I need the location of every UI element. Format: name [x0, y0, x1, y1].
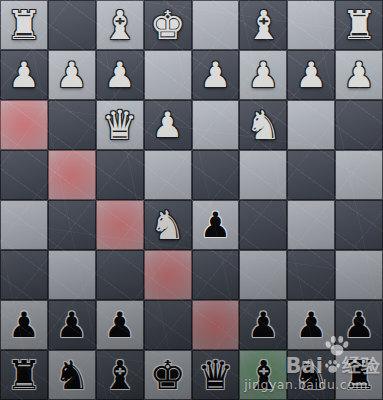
piece-black-pawn-b7[interactable]: ♟ [287, 300, 335, 350]
piece-black-pawn-g7[interactable]: ♟ [48, 300, 96, 350]
piece-white-knight-c3[interactable]: ♞ [239, 100, 287, 150]
square-surface [48, 250, 96, 300]
square-h8[interactable]: ♜ [0, 350, 48, 400]
piece-white-pawn-a2[interactable]: ♟ [335, 50, 383, 100]
piece-white-bishop-f1[interactable]: ♝ [96, 0, 144, 50]
chess-app-screen: ♜♝♚♝♜♟♟♟♟♟♟♟♛♟♞♞♟♟♟♟♟♟♟♜♞♝♚♛♝♞♜ Bai [0, 0, 383, 400]
square-a1[interactable]: ♜ [335, 0, 383, 50]
square-f1[interactable]: ♝ [96, 0, 144, 50]
square-e3[interactable]: ♟ [144, 100, 192, 150]
square-b4[interactable] [287, 150, 335, 200]
square-surface [192, 100, 240, 150]
square-d5[interactable]: ♟ [192, 200, 240, 250]
square-c8[interactable]: ♝ [239, 350, 287, 400]
square-surface [287, 0, 335, 50]
square-b8[interactable]: ♞ [287, 350, 335, 400]
square-c1[interactable]: ♝ [239, 0, 287, 50]
piece-white-pawn-h2[interactable]: ♟ [0, 50, 48, 100]
piece-black-rook-a8[interactable]: ♜ [335, 350, 383, 400]
square-g4[interactable] [48, 150, 96, 200]
square-d1[interactable] [192, 0, 240, 50]
square-surface [48, 0, 96, 50]
piece-black-bishop-c8[interactable]: ♝ [239, 350, 287, 400]
piece-black-knight-b8[interactable]: ♞ [287, 350, 335, 400]
square-g8[interactable]: ♞ [48, 350, 96, 400]
piece-black-rook-h8[interactable]: ♜ [0, 350, 48, 400]
square-surface [335, 100, 383, 150]
square-b5[interactable] [287, 200, 335, 250]
square-d8[interactable]: ♛ [192, 350, 240, 400]
square-h2[interactable]: ♟ [0, 50, 48, 100]
piece-white-pawn-e3[interactable]: ♟ [144, 100, 192, 150]
square-g5[interactable] [48, 200, 96, 250]
move-highlight [96, 200, 144, 250]
chess-board[interactable]: ♜♝♚♝♜♟♟♟♟♟♟♟♛♟♞♞♟♟♟♟♟♟♟♜♞♝♚♛♝♞♜ [0, 0, 383, 400]
square-a7[interactable]: ♟ [335, 300, 383, 350]
square-e2[interactable] [144, 50, 192, 100]
square-surface [0, 250, 48, 300]
piece-white-rook-h1[interactable]: ♜ [0, 0, 48, 50]
square-d7[interactable] [192, 300, 240, 350]
square-f8[interactable]: ♝ [96, 350, 144, 400]
square-c3[interactable]: ♞ [239, 100, 287, 150]
square-a4[interactable] [335, 150, 383, 200]
square-surface [0, 150, 48, 200]
square-surface [239, 150, 287, 200]
square-surface [335, 250, 383, 300]
piece-black-pawn-c7[interactable]: ♟ [239, 300, 287, 350]
square-surface [48, 200, 96, 250]
piece-white-rook-a1[interactable]: ♜ [335, 0, 383, 50]
piece-white-pawn-f2[interactable]: ♟ [96, 50, 144, 100]
move-highlight [192, 300, 240, 350]
square-surface [335, 200, 383, 250]
square-f6[interactable] [96, 250, 144, 300]
square-h5[interactable] [0, 200, 48, 250]
square-surface [96, 250, 144, 300]
square-h6[interactable] [0, 250, 48, 300]
piece-black-pawn-h7[interactable]: ♟ [0, 300, 48, 350]
piece-white-pawn-b2[interactable]: ♟ [287, 50, 335, 100]
square-surface [287, 100, 335, 150]
move-highlight [144, 250, 192, 300]
square-a5[interactable] [335, 200, 383, 250]
piece-white-king-e1[interactable]: ♚ [144, 0, 192, 50]
square-b3[interactable] [287, 100, 335, 150]
square-c2[interactable]: ♟ [239, 50, 287, 100]
square-c4[interactable] [239, 150, 287, 200]
square-c6[interactable] [239, 250, 287, 300]
square-f3[interactable]: ♛ [96, 100, 144, 150]
square-surface [192, 150, 240, 200]
piece-white-pawn-c2[interactable]: ♟ [239, 50, 287, 100]
square-b1[interactable] [287, 0, 335, 50]
square-b6[interactable] [287, 250, 335, 300]
piece-white-queen-f3[interactable]: ♛ [96, 100, 144, 150]
square-g6[interactable] [48, 250, 96, 300]
square-surface [96, 150, 144, 200]
square-surface [0, 200, 48, 250]
square-a3[interactable] [335, 100, 383, 150]
square-c7[interactable]: ♟ [239, 300, 287, 350]
square-f2[interactable]: ♟ [96, 50, 144, 100]
square-surface [287, 250, 335, 300]
square-b2[interactable]: ♟ [287, 50, 335, 100]
piece-white-pawn-d2[interactable]: ♟ [192, 50, 240, 100]
piece-black-queen-d8[interactable]: ♛ [192, 350, 240, 400]
move-highlight [48, 150, 96, 200]
square-surface [287, 200, 335, 250]
piece-black-pawn-a7[interactable]: ♟ [335, 300, 383, 350]
piece-black-pawn-d5[interactable]: ♟ [192, 200, 240, 250]
square-surface [192, 0, 240, 50]
square-d6[interactable] [192, 250, 240, 300]
square-g2[interactable]: ♟ [48, 50, 96, 100]
square-d2[interactable]: ♟ [192, 50, 240, 100]
square-d4[interactable] [192, 150, 240, 200]
square-a2[interactable]: ♟ [335, 50, 383, 100]
square-e5[interactable]: ♞ [144, 200, 192, 250]
piece-black-pawn-f7[interactable]: ♟ [96, 300, 144, 350]
piece-black-king-e8[interactable]: ♚ [144, 350, 192, 400]
square-surface [144, 150, 192, 200]
square-e1[interactable]: ♚ [144, 0, 192, 50]
square-h4[interactable] [0, 150, 48, 200]
square-surface [335, 150, 383, 200]
square-e4[interactable] [144, 150, 192, 200]
piece-black-knight-g8[interactable]: ♞ [48, 350, 96, 400]
piece-white-knight-e5[interactable]: ♞ [144, 200, 192, 250]
square-surface [144, 50, 192, 100]
piece-white-bishop-c1[interactable]: ♝ [239, 0, 287, 50]
square-e6[interactable] [144, 250, 192, 300]
square-surface [144, 300, 192, 350]
square-e7[interactable] [144, 300, 192, 350]
piece-black-bishop-f8[interactable]: ♝ [96, 350, 144, 400]
square-h7[interactable]: ♟ [0, 300, 48, 350]
square-surface [239, 250, 287, 300]
square-d3[interactable] [192, 100, 240, 150]
square-e8[interactable]: ♚ [144, 350, 192, 400]
square-g7[interactable]: ♟ [48, 300, 96, 350]
move-highlight [0, 100, 48, 150]
square-h3[interactable] [0, 100, 48, 150]
square-g1[interactable] [48, 0, 96, 50]
square-f4[interactable] [96, 150, 144, 200]
square-surface [239, 200, 287, 250]
square-f7[interactable]: ♟ [96, 300, 144, 350]
piece-white-pawn-g2[interactable]: ♟ [48, 50, 96, 100]
square-surface [287, 150, 335, 200]
square-a8[interactable]: ♜ [335, 350, 383, 400]
square-g3[interactable] [48, 100, 96, 150]
square-f5[interactable] [96, 200, 144, 250]
square-b7[interactable]: ♟ [287, 300, 335, 350]
square-h1[interactable]: ♜ [0, 0, 48, 50]
square-c5[interactable] [239, 200, 287, 250]
square-a6[interactable] [335, 250, 383, 300]
square-surface [48, 100, 96, 150]
square-surface [192, 250, 240, 300]
